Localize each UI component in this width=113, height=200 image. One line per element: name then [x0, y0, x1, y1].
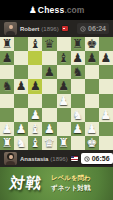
square-d4[interactable] — [42, 94, 56, 108]
player-clock-time: 06:56 — [92, 155, 110, 162]
logo-text-chess: Chess — [38, 5, 65, 15]
chesscom-logo[interactable]: ♟ Chess .com — [29, 5, 84, 15]
square-f8[interactable]: ♜ — [71, 37, 85, 51]
square-b4[interactable] — [14, 94, 28, 108]
opponent-clock-time: 06:24 — [88, 25, 106, 32]
pawn-logo-icon: ♟ — [29, 6, 37, 15]
square-c3[interactable]: ♟ — [28, 108, 42, 122]
square-f5[interactable] — [71, 79, 85, 93]
piece-black-pawn[interactable]: ♟ — [58, 80, 69, 92]
square-h8[interactable] — [99, 37, 113, 51]
avatar-face — [9, 25, 13, 30]
square-f4[interactable] — [71, 94, 85, 108]
piece-white-pawn[interactable]: ♟ — [44, 123, 55, 135]
banner-tagline-line1: レベルを問わ — [51, 174, 91, 183]
piece-black-pawn[interactable]: ♟ — [16, 80, 27, 92]
square-a1[interactable]: ♜ — [0, 136, 14, 150]
square-h3[interactable]: ♟ — [99, 108, 113, 122]
square-d1[interactable]: ♛ — [42, 136, 56, 150]
player-row-bottom: Anastasia (1896) 06:56 — [0, 150, 113, 167]
piece-black-king[interactable]: ♚ — [86, 38, 97, 50]
square-g4[interactable] — [85, 94, 99, 108]
piece-white-queen[interactable]: ♛ — [44, 137, 55, 149]
clock-icon — [80, 26, 86, 32]
square-e4[interactable]: ♟ — [57, 94, 71, 108]
piece-black-pawn[interactable]: ♟ — [30, 80, 41, 92]
square-f7[interactable]: ♟ — [71, 51, 85, 65]
square-e1[interactable]: ♜ — [57, 136, 71, 150]
square-a8[interactable]: ♜ — [0, 37, 14, 51]
square-g1[interactable]: ♚ — [85, 136, 99, 150]
square-d5[interactable] — [42, 79, 56, 93]
square-f3[interactable]: ♞ — [71, 108, 85, 122]
piece-black-bishop[interactable]: ♝ — [30, 38, 41, 50]
square-g3[interactable] — [85, 108, 99, 122]
opponent-name: Robert — [20, 26, 39, 32]
piece-white-pawn[interactable]: ♟ — [72, 123, 83, 135]
square-a3[interactable] — [0, 108, 14, 122]
player-row-top: Robert (1896) 06:24 — [0, 20, 113, 37]
square-b7[interactable] — [14, 51, 28, 65]
piece-black-pawn[interactable]: ♟ — [101, 52, 112, 64]
piece-black-bishop[interactable]: ♝ — [58, 52, 69, 64]
square-b2[interactable]: ♟ — [14, 122, 28, 136]
piece-white-pawn[interactable]: ♟ — [2, 123, 13, 135]
square-c4[interactable] — [28, 94, 42, 108]
app-screen: ♟ Chess .com Robert (1896) 06:24 ♜♝♛♜♚♟♝… — [0, 0, 113, 200]
square-g6[interactable] — [85, 65, 99, 79]
opponent-flag-icon — [62, 26, 68, 31]
piece-black-pawn[interactable]: ♟ — [72, 52, 83, 64]
square-h6[interactable] — [99, 65, 113, 79]
square-h4[interactable] — [99, 94, 113, 108]
player-rating: (1896) — [50, 156, 67, 162]
square-g7[interactable]: ♟ — [85, 51, 99, 65]
piece-black-rook[interactable]: ♜ — [72, 38, 83, 50]
piece-white-rook[interactable]: ♜ — [2, 137, 13, 149]
avatar-face — [9, 155, 13, 160]
clock-icon — [84, 156, 90, 162]
square-e8[interactable] — [57, 37, 71, 51]
piece-white-king[interactable]: ♚ — [86, 137, 97, 149]
banner-tagline: レベルを問わ ずネット対戦 — [51, 174, 91, 192]
player-name: Anastasia — [20, 156, 48, 162]
piece-black-pawn[interactable]: ♟ — [44, 66, 55, 78]
square-c7[interactable] — [28, 51, 42, 65]
avatar-body — [6, 161, 15, 165]
piece-white-bishop[interactable]: ♝ — [30, 123, 41, 135]
piece-black-pawn[interactable]: ♟ — [2, 52, 13, 64]
piece-white-pawn[interactable]: ♟ — [30, 109, 41, 121]
square-d3[interactable] — [42, 108, 56, 122]
avatar-player[interactable] — [4, 152, 17, 165]
square-a2[interactable]: ♟ — [0, 122, 14, 136]
piece-white-knight[interactable]: ♞ — [72, 109, 83, 121]
piece-black-rook[interactable]: ♜ — [2, 38, 13, 50]
top-bar: ♟ Chess .com — [0, 0, 113, 20]
player-clock: 06:56 — [81, 153, 113, 164]
piece-black-queen[interactable]: ♛ — [44, 38, 55, 50]
square-b8[interactable] — [14, 37, 28, 51]
piece-black-pawn[interactable]: ♟ — [86, 52, 97, 64]
opponent-clock: 06:24 — [77, 23, 109, 34]
square-c8[interactable]: ♝ — [28, 37, 42, 51]
piece-black-knight[interactable]: ♞ — [72, 66, 83, 78]
square-e7[interactable]: ♝ — [57, 51, 71, 65]
square-b3[interactable] — [14, 108, 28, 122]
opponent-rating: (1896) — [41, 26, 58, 32]
avatar-opponent[interactable] — [4, 22, 17, 35]
square-a5[interactable]: ♞ — [0, 79, 14, 93]
square-h7[interactable]: ♟ — [99, 51, 113, 65]
square-d6[interactable]: ♟ — [42, 65, 56, 79]
piece-black-knight[interactable]: ♞ — [2, 80, 13, 92]
square-g2[interactable]: ♟ — [85, 122, 99, 136]
square-e6[interactable] — [57, 65, 71, 79]
square-f2[interactable]: ♟ — [71, 122, 85, 136]
piece-white-pawn[interactable]: ♟ — [58, 95, 69, 107]
piece-white-bishop[interactable]: ♝ — [30, 137, 41, 149]
square-a4[interactable] — [0, 94, 14, 108]
piece-white-knight[interactable]: ♞ — [16, 137, 27, 149]
square-b1[interactable]: ♞ — [14, 136, 28, 150]
avatar-body — [6, 31, 15, 35]
square-g8[interactable]: ♚ — [85, 37, 99, 51]
player-flag-icon — [71, 156, 78, 161]
square-f6[interactable]: ♞ — [71, 65, 85, 79]
piece-white-pawn[interactable]: ♟ — [16, 123, 27, 135]
square-h2[interactable] — [99, 122, 113, 136]
square-c6[interactable] — [28, 65, 42, 79]
square-d8[interactable]: ♛ — [42, 37, 56, 51]
square-d7[interactable] — [42, 51, 56, 65]
banner-tagline-line2: ずネット対戦 — [51, 184, 91, 193]
square-b5[interactable]: ♟ — [14, 79, 28, 93]
piece-white-rook[interactable]: ♜ — [58, 137, 69, 149]
square-f1[interactable] — [71, 136, 85, 150]
chess-board: ♜♝♛♜♚♟♝♟♟♟♟♞♞♟♟♟♟♟♞♟♟♟♝♟♟♟♜♞♝♛♜♚ — [0, 37, 113, 150]
square-d2[interactable]: ♟ — [42, 122, 56, 136]
square-h1[interactable] — [99, 136, 113, 150]
square-c2[interactable]: ♝ — [28, 122, 42, 136]
square-b6[interactable] — [14, 65, 28, 79]
logo-text-com: .com — [64, 5, 84, 15]
promo-banner[interactable]: 対戦 レベルを問わ ずネット対戦 — [0, 167, 113, 200]
square-g5[interactable] — [85, 79, 99, 93]
piece-white-pawn[interactable]: ♟ — [86, 123, 97, 135]
square-h5[interactable] — [99, 79, 113, 93]
banner-cta-text: 対戦 — [9, 174, 44, 193]
piece-white-pawn[interactable]: ♟ — [101, 109, 112, 121]
square-e3[interactable] — [57, 108, 71, 122]
square-c5[interactable]: ♟ — [28, 79, 42, 93]
square-a7[interactable]: ♟ — [0, 51, 14, 65]
square-a6[interactable] — [0, 65, 14, 79]
square-e5[interactable]: ♟ — [57, 79, 71, 93]
square-c1[interactable]: ♝ — [28, 136, 42, 150]
square-e2[interactable] — [57, 122, 71, 136]
